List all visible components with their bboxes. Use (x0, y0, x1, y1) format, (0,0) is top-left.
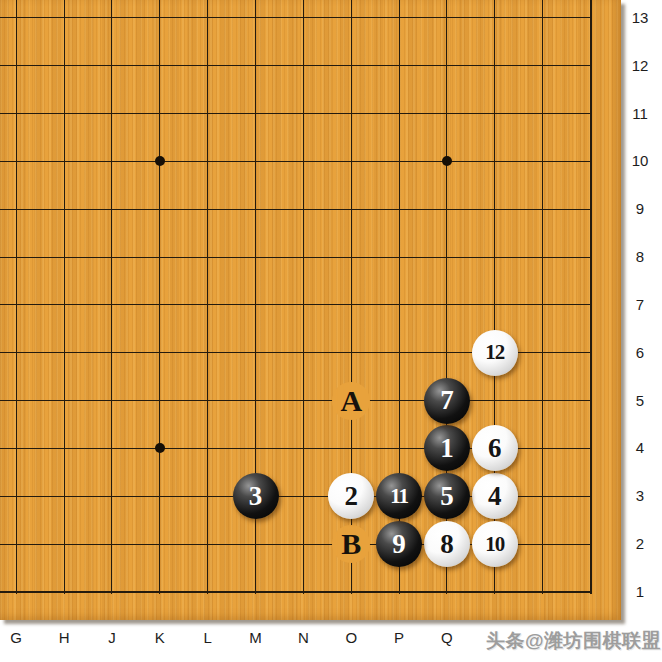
go-stone-black-11: 11 (376, 473, 422, 519)
move-number: 10 (485, 534, 504, 555)
go-stone-black-3: 3 (233, 473, 279, 519)
move-number: 2 (344, 483, 358, 510)
row-label-10: 10 (626, 152, 654, 169)
grid-line-horizontal (0, 65, 592, 66)
go-stone-white-12: 12 (472, 330, 518, 376)
grid-line-horizontal (0, 17, 592, 18)
column-label-Q: Q (441, 629, 453, 646)
letter-mark-B: B (332, 525, 370, 563)
grid-line-horizontal (0, 257, 592, 258)
grid-line-vertical (207, 0, 208, 594)
grid-line-horizontal (0, 209, 592, 210)
row-label-2: 2 (626, 535, 654, 552)
row-label-3: 3 (626, 487, 654, 504)
move-number: 3 (249, 483, 263, 510)
grid-line-vertical (590, 0, 592, 594)
grid-line-vertical (542, 0, 543, 594)
go-stone-black-9: 9 (376, 521, 422, 567)
row-label-6: 6 (626, 344, 654, 361)
move-number: 1 (440, 435, 454, 462)
row-label-8: 8 (626, 248, 654, 265)
go-stone-white-2: 2 (328, 473, 374, 519)
letter-mark-A: A (332, 382, 370, 420)
grid-line-horizontal (0, 161, 592, 162)
column-label-N: N (298, 629, 309, 646)
row-label-9: 9 (626, 200, 654, 217)
go-stone-white-8: 8 (424, 521, 470, 567)
go-stone-black-5: 5 (424, 473, 470, 519)
grid-line-vertical (16, 0, 17, 594)
grid-line-vertical (111, 0, 112, 594)
star-point (155, 156, 165, 166)
column-label-P: P (394, 629, 404, 646)
row-label-5: 5 (626, 392, 654, 409)
move-number: 6 (488, 435, 502, 462)
go-stone-white-4: 4 (472, 473, 518, 519)
grid-line-horizontal (0, 113, 592, 114)
move-number: 9 (392, 531, 406, 558)
go-stone-white-6: 6 (472, 425, 518, 471)
watermark-text: 头条@潍坊围棋联盟 (486, 628, 661, 654)
row-label-13: 13 (626, 9, 654, 26)
row-label-4: 4 (626, 439, 654, 456)
column-label-G: G (10, 629, 22, 646)
row-label-12: 12 (626, 57, 654, 74)
grid-line-horizontal (0, 400, 592, 401)
move-number: 7 (440, 387, 454, 414)
page-background: AB123456789101112 GHJKLMNOPQ131211109876… (0, 0, 662, 662)
row-label-7: 7 (626, 296, 654, 313)
grid-line-horizontal (0, 591, 592, 593)
move-number: 5 (440, 483, 454, 510)
move-number: 4 (488, 483, 502, 510)
column-label-H: H (59, 629, 70, 646)
column-label-J: J (108, 629, 116, 646)
move-number: 8 (440, 531, 454, 558)
go-board: AB123456789101112 (0, 0, 621, 620)
grid-line-horizontal (0, 304, 592, 305)
go-stone-black-7: 7 (424, 378, 470, 424)
star-point (155, 443, 165, 453)
column-label-M: M (249, 629, 262, 646)
move-number: 11 (390, 486, 408, 507)
column-label-L: L (203, 629, 211, 646)
row-label-11: 11 (626, 105, 654, 122)
star-point (442, 156, 452, 166)
move-number: 12 (485, 342, 504, 363)
go-stone-black-1: 1 (424, 425, 470, 471)
grid-line-vertical (64, 0, 65, 594)
column-label-K: K (155, 629, 165, 646)
grid-line-vertical (159, 0, 160, 594)
row-label-1: 1 (626, 583, 654, 600)
go-stone-white-10: 10 (472, 521, 518, 567)
column-label-O: O (345, 629, 357, 646)
grid-line-vertical (303, 0, 304, 594)
